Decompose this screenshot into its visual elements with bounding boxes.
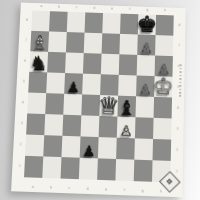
square-e7[interactable] — [102, 33, 120, 54]
file-labels-bottom: abcdefgh — [23, 185, 170, 194]
square-b8[interactable] — [49, 11, 68, 32]
square-g7[interactable] — [137, 34, 155, 55]
square-f8[interactable] — [120, 14, 138, 35]
square-e1[interactable] — [97, 158, 116, 180]
square-b5[interactable] — [46, 72, 65, 93]
square-h2[interactable] — [153, 139, 172, 161]
square-f4[interactable] — [117, 96, 136, 118]
rank-labels-right: 87654321 — [173, 16, 182, 183]
square-d4[interactable] — [81, 94, 100, 116]
square-a8[interactable] — [31, 11, 50, 32]
square-f6[interactable] — [119, 54, 137, 75]
square-d5[interactable] — [82, 74, 101, 95]
square-a1[interactable] — [24, 156, 43, 178]
square-a2[interactable] — [25, 135, 44, 157]
square-c6[interactable] — [65, 52, 84, 73]
square-a7[interactable] — [30, 31, 49, 52]
diamond-logo-icon: ❖ — [166, 178, 173, 186]
square-c5[interactable] — [64, 73, 83, 94]
square-d6[interactable] — [83, 53, 102, 74]
square-c8[interactable] — [67, 12, 86, 33]
square-d3[interactable] — [80, 115, 99, 137]
square-h3[interactable] — [153, 118, 172, 140]
square-a3[interactable] — [26, 113, 45, 135]
square-h6[interactable] — [155, 56, 173, 77]
square-h5[interactable] — [154, 76, 172, 97]
photo-backdrop: ♚♗♙♞♙♟♙♔♕♝♙♟ abcdefgh abcdefgh 87654321 … — [0, 0, 200, 200]
square-g6[interactable] — [137, 55, 155, 76]
square-c3[interactable] — [62, 115, 81, 137]
chess-mat: ♚♗♙♞♙♟♙♔♕♝♙♟ abcdefgh abcdefgh 87654321 … — [11, 3, 186, 198]
square-f3[interactable] — [117, 117, 136, 139]
square-c2[interactable] — [61, 136, 80, 158]
square-a5[interactable] — [28, 72, 47, 93]
square-b7[interactable] — [48, 31, 67, 52]
square-c7[interactable] — [66, 32, 85, 53]
square-f5[interactable] — [118, 75, 137, 96]
square-b3[interactable] — [44, 114, 63, 136]
square-f7[interactable] — [119, 34, 137, 55]
square-d8[interactable] — [85, 12, 103, 33]
square-a6[interactable] — [29, 51, 48, 72]
chess-board — [24, 11, 174, 183]
square-h4[interactable] — [154, 97, 173, 119]
square-e8[interactable] — [102, 13, 120, 34]
square-g4[interactable] — [135, 96, 154, 118]
square-a4[interactable] — [27, 93, 46, 115]
square-e5[interactable] — [100, 74, 119, 95]
square-h8[interactable] — [156, 15, 174, 36]
square-e3[interactable] — [99, 116, 118, 138]
square-b6[interactable] — [47, 52, 66, 73]
square-b1[interactable] — [42, 156, 61, 178]
square-d1[interactable] — [79, 158, 98, 180]
square-f1[interactable] — [115, 159, 134, 181]
square-g8[interactable] — [138, 14, 156, 35]
square-e4[interactable] — [99, 95, 118, 117]
square-f2[interactable] — [116, 138, 135, 160]
square-h7[interactable] — [155, 35, 173, 56]
square-b2[interactable] — [43, 135, 62, 157]
square-c4[interactable] — [63, 94, 82, 116]
square-d7[interactable] — [84, 33, 103, 54]
square-e6[interactable] — [101, 54, 120, 75]
square-c1[interactable] — [61, 157, 80, 179]
square-g5[interactable] — [136, 75, 154, 96]
brand-text-marks — [179, 64, 182, 98]
square-b4[interactable] — [45, 93, 64, 115]
square-g1[interactable] — [134, 160, 153, 182]
square-g2[interactable] — [134, 138, 153, 160]
square-g3[interactable] — [135, 117, 154, 139]
square-d2[interactable] — [80, 136, 99, 158]
square-e2[interactable] — [98, 137, 117, 159]
